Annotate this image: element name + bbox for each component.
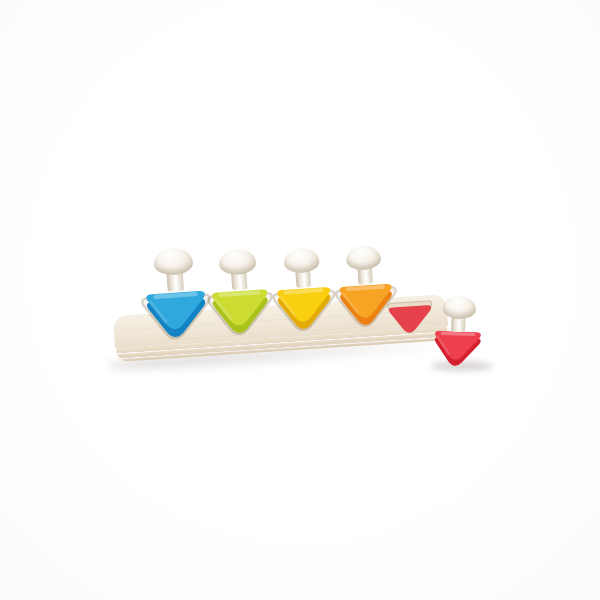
mushroom-knob-icon [345,245,381,271]
mushroom-knob-icon [283,247,320,274]
mushroom-knob-icon [153,247,194,277]
triangle-shape [429,328,486,371]
mushroom-knob-icon [218,248,256,276]
product-photo-scene [0,0,600,600]
mushroom-knob-icon [443,295,477,319]
peg-red-offboard[interactable] [426,293,499,375]
